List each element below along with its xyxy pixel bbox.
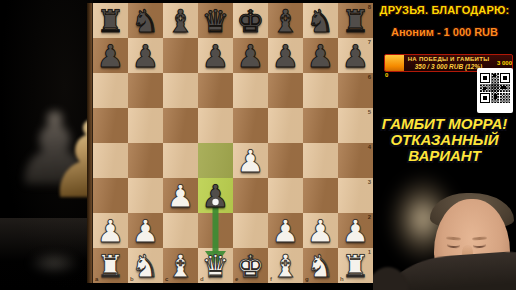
square-g8[interactable]: ♞ bbox=[303, 3, 338, 38]
square-c6[interactable] bbox=[163, 73, 198, 108]
square-d4[interactable] bbox=[198, 143, 233, 178]
black-pawn[interactable]: ♟ bbox=[303, 38, 338, 73]
square-g1[interactable]: g♞ bbox=[303, 248, 338, 283]
square-e6[interactable] bbox=[233, 73, 268, 108]
goal-scale-max: 3 000 bbox=[497, 60, 512, 66]
square-c3[interactable]: ♟ bbox=[163, 178, 198, 213]
square-h6[interactable]: 6 bbox=[338, 73, 373, 108]
white-pawn[interactable]: ♟ bbox=[233, 143, 268, 178]
black-king[interactable]: ♚ bbox=[233, 3, 268, 38]
black-pawn[interactable]: ♟ bbox=[198, 38, 233, 73]
square-c7[interactable] bbox=[163, 38, 198, 73]
black-pawn[interactable]: ♟ bbox=[198, 178, 233, 213]
white-pawn[interactable]: ♟ bbox=[268, 213, 303, 248]
black-bishop[interactable]: ♝ bbox=[163, 3, 198, 38]
black-rook[interactable]: ♜ bbox=[93, 3, 128, 38]
square-d6[interactable] bbox=[198, 73, 233, 108]
square-a6[interactable] bbox=[93, 73, 128, 108]
stream-frame: ♟ ♟ ♜♞♝♛♚♝♞8♜♟♟♟♟♟♟7♟65♟4♟♟3♟♟♟♟2♟a♜b♞c♝… bbox=[0, 0, 516, 290]
white-pawn[interactable]: ♟ bbox=[303, 213, 338, 248]
square-e1[interactable]: e♚ bbox=[233, 248, 268, 283]
black-queen[interactable]: ♛ bbox=[198, 3, 233, 38]
square-a2[interactable]: ♟ bbox=[93, 213, 128, 248]
square-d8[interactable]: ♛ bbox=[198, 3, 233, 38]
square-b8[interactable]: ♞ bbox=[128, 3, 163, 38]
black-pawn[interactable]: ♟ bbox=[233, 38, 268, 73]
donation-qr-code bbox=[477, 68, 513, 113]
white-knight[interactable]: ♞ bbox=[303, 248, 338, 283]
square-f6[interactable] bbox=[268, 73, 303, 108]
square-a5[interactable] bbox=[93, 108, 128, 143]
square-f8[interactable]: ♝ bbox=[268, 3, 303, 38]
chess-board-area: ♜♞♝♛♚♝♞8♜♟♟♟♟♟♟7♟65♟4♟♟3♟♟♟♟2♟a♜b♞c♝d♛e♚… bbox=[93, 3, 373, 283]
black-knight[interactable]: ♞ bbox=[303, 3, 338, 38]
goal-scale-min: 0 bbox=[385, 72, 388, 78]
square-h7[interactable]: 7♟ bbox=[338, 38, 373, 73]
square-a3[interactable] bbox=[93, 178, 128, 213]
white-queen[interactable]: ♛ bbox=[198, 248, 233, 283]
square-h3[interactable]: 3 bbox=[338, 178, 373, 213]
white-pawn[interactable]: ♟ bbox=[93, 213, 128, 248]
square-e3[interactable] bbox=[233, 178, 268, 213]
white-pawn[interactable]: ♟ bbox=[338, 213, 373, 248]
square-g7[interactable]: ♟ bbox=[303, 38, 338, 73]
square-g5[interactable] bbox=[303, 108, 338, 143]
square-h8[interactable]: 8♜ bbox=[338, 3, 373, 38]
square-c5[interactable] bbox=[163, 108, 198, 143]
square-c1[interactable]: c♝ bbox=[163, 248, 198, 283]
square-f1[interactable]: f♝ bbox=[268, 248, 303, 283]
square-a8[interactable]: ♜ bbox=[93, 3, 128, 38]
square-h1[interactable]: 1h♜ bbox=[338, 248, 373, 283]
white-pawn[interactable]: ♟ bbox=[163, 178, 198, 213]
white-bishop[interactable]: ♝ bbox=[268, 248, 303, 283]
black-pawn[interactable]: ♟ bbox=[93, 38, 128, 73]
square-b4[interactable] bbox=[128, 143, 163, 178]
square-b2[interactable]: ♟ bbox=[128, 213, 163, 248]
square-f7[interactable]: ♟ bbox=[268, 38, 303, 73]
white-rook[interactable]: ♜ bbox=[338, 248, 373, 283]
square-f4[interactable] bbox=[268, 143, 303, 178]
square-e7[interactable]: ♟ bbox=[233, 38, 268, 73]
square-h2[interactable]: 2♟ bbox=[338, 213, 373, 248]
black-pawn[interactable]: ♟ bbox=[128, 38, 163, 73]
black-pawn[interactable]: ♟ bbox=[268, 38, 303, 73]
white-pawn[interactable]: ♟ bbox=[128, 213, 163, 248]
rank-label: 3 bbox=[368, 179, 371, 185]
square-f2[interactable]: ♟ bbox=[268, 213, 303, 248]
square-a7[interactable]: ♟ bbox=[93, 38, 128, 73]
black-pawn[interactable]: ♟ bbox=[338, 38, 373, 73]
background-photo: ♟ ♟ bbox=[0, 0, 93, 290]
square-d7[interactable]: ♟ bbox=[198, 38, 233, 73]
square-b6[interactable] bbox=[128, 73, 163, 108]
square-d5[interactable] bbox=[198, 108, 233, 143]
square-d3[interactable]: ♟ bbox=[198, 178, 233, 213]
square-c8[interactable]: ♝ bbox=[163, 3, 198, 38]
square-d2[interactable] bbox=[198, 213, 233, 248]
square-a4[interactable] bbox=[93, 143, 128, 178]
black-bishop[interactable]: ♝ bbox=[268, 3, 303, 38]
video-title-line: ОТКАЗАННЫЙ bbox=[373, 132, 516, 148]
square-h4[interactable]: 4 bbox=[338, 143, 373, 178]
white-king[interactable]: ♚ bbox=[233, 248, 268, 283]
square-e2[interactable] bbox=[233, 213, 268, 248]
rank-label: 4 bbox=[368, 144, 371, 150]
square-e5[interactable] bbox=[233, 108, 268, 143]
donations-header: ДРУЗЬЯ. БЛАГОДАРЮ: bbox=[373, 4, 516, 16]
streamer-webcam bbox=[373, 155, 516, 290]
white-bishop[interactable]: ♝ bbox=[163, 248, 198, 283]
square-c2[interactable] bbox=[163, 213, 198, 248]
donation-goal-title: НА ПОБЕДЫ И ГАМБИТЫ bbox=[385, 56, 512, 62]
black-rook[interactable]: ♜ bbox=[338, 3, 373, 38]
qr-code-icon bbox=[480, 73, 510, 103]
square-g4[interactable] bbox=[303, 143, 338, 178]
square-h5[interactable]: 5 bbox=[338, 108, 373, 143]
square-g3[interactable] bbox=[303, 178, 338, 213]
square-g2[interactable]: ♟ bbox=[303, 213, 338, 248]
square-e8[interactable]: ♚ bbox=[233, 3, 268, 38]
square-f5[interactable] bbox=[268, 108, 303, 143]
square-d1[interactable]: d♛ bbox=[198, 248, 233, 283]
square-b7[interactable]: ♟ bbox=[128, 38, 163, 73]
black-knight[interactable]: ♞ bbox=[128, 3, 163, 38]
square-b5[interactable] bbox=[128, 108, 163, 143]
square-e4[interactable]: ♟ bbox=[233, 143, 268, 178]
white-rook[interactable]: ♜ bbox=[93, 248, 128, 283]
square-g6[interactable] bbox=[303, 73, 338, 108]
square-f3[interactable] bbox=[268, 178, 303, 213]
latest-donation: Аноним - 1 000 RUB bbox=[373, 26, 516, 38]
video-title-line: ГАМБИТ МОРРА! bbox=[373, 116, 516, 132]
white-knight[interactable]: ♞ bbox=[128, 248, 163, 283]
background-glint bbox=[28, 252, 80, 274]
rank-label: 5 bbox=[368, 109, 371, 115]
square-a1[interactable]: a♜ bbox=[93, 248, 128, 283]
rank-label: 6 bbox=[368, 74, 371, 80]
chess-board[interactable]: ♜♞♝♛♚♝♞8♜♟♟♟♟♟♟7♟65♟4♟♟3♟♟♟♟2♟a♜b♞c♝d♛e♚… bbox=[93, 3, 373, 283]
square-c4[interactable] bbox=[163, 143, 198, 178]
square-b3[interactable] bbox=[128, 178, 163, 213]
square-b1[interactable]: b♞ bbox=[128, 248, 163, 283]
